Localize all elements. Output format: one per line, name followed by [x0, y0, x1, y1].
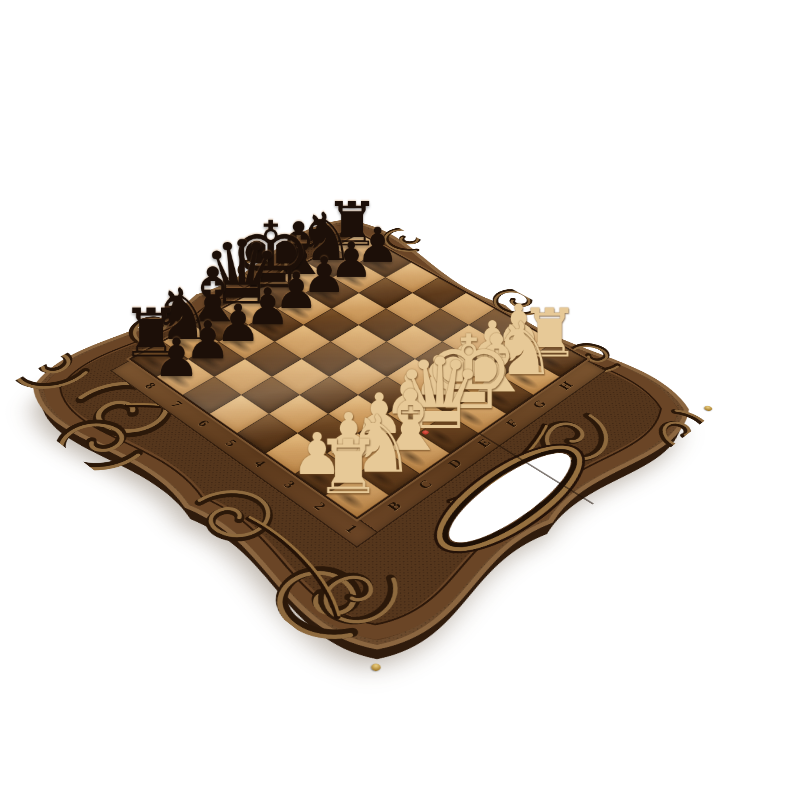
chess-box: A B C D E F G H 1 2 3 4 5 6 7 8 ♜♟♟♜♞♟♟♞… [0, 202, 726, 685]
white-rook-a1[interactable]: ♜ [315, 434, 382, 501]
black-pawn-a7[interactable]: ♟ [153, 334, 201, 382]
photo-scene: A B C D E F G H 1 2 3 4 5 6 7 8 ♜♟♟♜♞♟♟♞… [0, 0, 800, 800]
page: { "game": "chess", "scene": { "descripti… [0, 0, 800, 800]
